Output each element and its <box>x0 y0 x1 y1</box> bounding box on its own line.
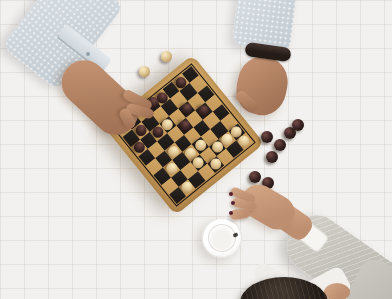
fingernail <box>229 192 233 196</box>
board-grid <box>115 66 253 204</box>
dark-captured-piece <box>249 171 261 183</box>
woman-neck <box>324 283 350 299</box>
dark-captured-piece <box>274 139 286 151</box>
dark-captured-piece <box>292 119 304 131</box>
cuff-button <box>86 52 90 56</box>
light-captured-piece <box>161 51 172 62</box>
light-captured-piece <box>139 66 150 77</box>
dark-captured-piece <box>261 131 273 143</box>
fingernail <box>231 201 235 205</box>
fingernail <box>229 211 233 215</box>
man-right-fist <box>232 52 293 119</box>
dark-captured-piece <box>266 151 278 163</box>
coffee-cup <box>202 218 242 258</box>
cup-lid <box>208 224 236 252</box>
table-surface <box>0 0 392 299</box>
sip-hole-icon <box>232 232 238 238</box>
